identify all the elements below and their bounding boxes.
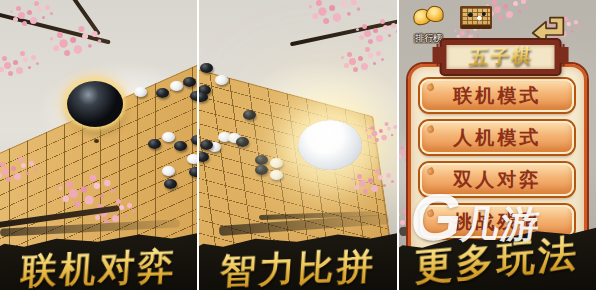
leaderboard-label: 排行榜 [413,33,444,44]
leaderboard-button[interactable]: 排行榜 [407,3,451,45]
title-frame: 五子棋 [442,40,560,74]
cherry-blossom-decoration [401,151,407,157]
panel-brain-battle: 智力比拼 [199,0,396,290]
black-stone [183,77,196,87]
black-stone [189,167,197,177]
cherry-blossom-decoration [69,189,78,198]
caption-text: 联机对弈 [19,236,179,290]
menu-button-1[interactable]: 联机模式 [420,79,574,112]
black-stone [191,135,197,145]
black-stone [156,88,169,98]
cherry-blossom-decoration [4,62,11,69]
cherry-blossom-decoration [59,39,67,47]
cherry-blossom-decoration [18,12,25,19]
glowing-black-stone [67,81,123,127]
mini-board-icon [460,6,492,29]
black-stone [148,139,161,149]
black-stone [190,91,197,101]
caption-layer: 更多玩法 [399,229,596,286]
white-stone [187,154,197,164]
white-stone [162,166,175,176]
menu-button-3[interactable]: 双人对弈 [420,163,574,196]
promo-screenshot-strip: 联机对弈 智力比拼 排行榜 游戏规则 [0,0,596,290]
star-point [94,139,99,143]
caption-text: 更多玩法 [414,222,580,290]
cherry-blossom-decoration [2,168,9,175]
menu-button-2[interactable]: 人机模式 [420,121,574,154]
panel-main-menu: 排行榜 游戏规则 五子棋 联机模式人机模式双人对弈挑战残局 G几游 更多玩法 [399,0,596,290]
white-stone [170,81,183,91]
white-stone [162,132,175,142]
black-stone [174,141,187,151]
glowing-white-stone [298,120,362,170]
black-stone [164,179,177,189]
caption-text: 智力比拼 [218,236,378,290]
game-title: 五子棋 [468,43,534,71]
gold-ingots-icon [412,3,446,27]
panel-online-match: 联机对弈 [0,0,197,290]
white-stone [134,87,147,97]
